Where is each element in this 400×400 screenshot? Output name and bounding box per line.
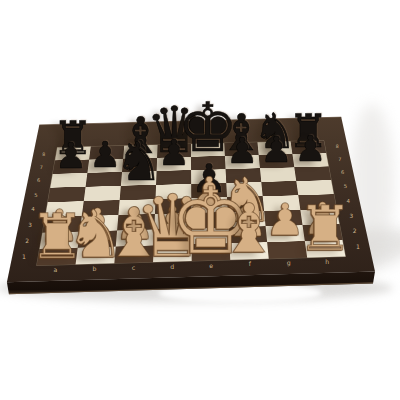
file-label-e: e (209, 262, 213, 269)
square-h1 (305, 240, 346, 258)
square-c2 (116, 229, 155, 246)
rank-label-left-6: 6 (37, 177, 40, 183)
square-h7 (292, 153, 328, 167)
rank-label-right-6: 6 (341, 169, 344, 175)
square-e2 (191, 227, 229, 244)
rank-label-right-5: 5 (344, 183, 347, 189)
square-g3 (264, 210, 302, 226)
board-squares (37, 141, 346, 266)
square-b6 (86, 172, 122, 187)
file-label-d: d (170, 263, 174, 270)
square-d1 (153, 244, 192, 262)
file-label-a: a (53, 266, 57, 273)
square-h4 (298, 194, 336, 210)
square-f5 (226, 182, 262, 197)
square-f1 (229, 242, 268, 260)
square-g7 (259, 154, 295, 168)
square-d7 (157, 157, 192, 171)
square-g1 (267, 241, 307, 259)
square-a8 (55, 147, 91, 161)
rank-label-left-2: 2 (25, 237, 29, 244)
square-c7 (122, 158, 157, 172)
square-c4 (118, 199, 155, 215)
square-a6 (50, 173, 87, 188)
square-d8 (157, 144, 191, 158)
square-f4 (227, 196, 264, 212)
square-c5 (120, 185, 156, 200)
square-a4 (45, 201, 84, 217)
square-e1 (192, 243, 231, 261)
square-b1 (76, 247, 116, 265)
square-h8 (291, 141, 327, 155)
square-g5 (261, 181, 298, 196)
square-h5 (296, 180, 334, 195)
square-e4 (191, 197, 227, 213)
rank-label-left-7: 7 (40, 164, 43, 170)
square-g6 (260, 167, 296, 182)
square-e3 (191, 212, 228, 228)
square-c6 (121, 171, 157, 186)
chessboard-product-photo: abcdefgh1122334455667788 ♜♝♛♚♝♞♜♟♟♟♟♟♟♟♞… (0, 0, 400, 400)
rank-label-left-3: 3 (28, 222, 32, 228)
square-a7 (53, 160, 89, 174)
square-c3 (117, 214, 155, 230)
rank-label-right-3: 3 (350, 213, 354, 219)
square-b2 (78, 230, 117, 247)
rank-label-left-8: 8 (42, 152, 45, 157)
square-f2 (229, 226, 268, 243)
square-e7 (191, 156, 226, 170)
square-d2 (154, 228, 192, 245)
rank-label-right-1: 1 (356, 243, 360, 250)
rank-label-left-1: 1 (22, 253, 26, 260)
square-c1 (114, 245, 153, 263)
square-a3 (42, 216, 81, 233)
square-e6 (191, 169, 226, 184)
square-g4 (263, 195, 301, 211)
square-b8 (89, 146, 124, 160)
square-b3 (80, 215, 119, 232)
chess-board-scene: abcdefgh1122334455667788 ♜♝♛♚♝♞♜♟♟♟♟♟♟♟♞… (0, 0, 400, 400)
rank-label-right-8: 8 (336, 144, 339, 149)
square-f8 (224, 142, 258, 156)
rank-label-left-5: 5 (34, 192, 37, 198)
file-label-g: g (287, 259, 291, 267)
square-a1 (37, 248, 78, 266)
square-g2 (266, 225, 305, 242)
square-d6 (156, 170, 191, 185)
square-b4 (82, 200, 120, 216)
square-h6 (294, 166, 331, 181)
file-label-c: c (132, 264, 136, 271)
square-h2 (303, 224, 343, 241)
rank-label-right-4: 4 (347, 198, 351, 204)
square-f6 (226, 168, 262, 183)
square-f3 (228, 211, 266, 227)
square-d3 (154, 213, 191, 229)
rank-label-right-2: 2 (353, 227, 357, 234)
square-c8 (123, 145, 157, 159)
square-a2 (40, 232, 80, 249)
square-d5 (155, 184, 191, 199)
square-d4 (155, 198, 191, 214)
square-g8 (257, 141, 292, 155)
square-e8 (191, 143, 225, 157)
rank-label-right-7: 7 (338, 156, 341, 162)
square-b7 (87, 159, 123, 173)
square-h3 (300, 209, 339, 225)
square-e5 (191, 183, 227, 198)
file-label-h: h (325, 258, 329, 265)
square-a5 (48, 187, 86, 202)
square-b5 (84, 186, 121, 201)
rank-label-left-4: 4 (31, 206, 35, 212)
file-label-b: b (92, 265, 96, 272)
square-f7 (225, 155, 260, 169)
